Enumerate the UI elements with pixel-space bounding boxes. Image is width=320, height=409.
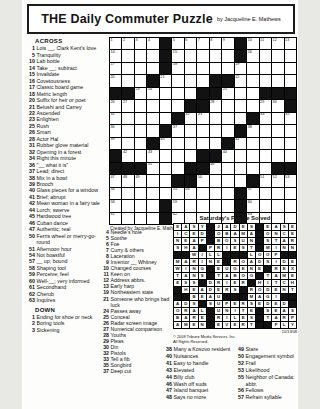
grid-cell[interactable] [197,75,208,86]
solved-letter-cell: E [231,280,238,286]
grid-cell[interactable] [272,200,283,211]
grid-cell[interactable] [122,113,133,124]
solved-letter-cell: U [240,238,247,244]
solved-letter-cell: E [272,287,279,293]
grid-cell[interactable]: 35 [285,113,296,124]
solved-letter-cell: T [174,273,181,279]
grid-cell[interactable] [285,63,296,74]
down-clue-52: 52Frail [235,360,296,367]
grid-cell[interactable] [285,150,296,161]
puzzle-byline: by Jacqueline E. Mathews [217,16,281,22]
grid-cell[interactable] [135,125,146,136]
grid-cell[interactable] [160,100,171,111]
black-square [122,88,133,99]
grid-cell[interactable]: 4 [147,38,158,49]
grid-cell[interactable] [135,50,146,61]
solved-letter-cell: P [289,315,296,321]
grid-cell[interactable] [122,188,133,199]
solved-letter-cell: J [215,224,222,230]
solved-letter-cell: S [207,301,214,307]
grid-cell[interactable] [147,113,158,124]
grid-cell[interactable] [197,63,208,74]
grid-cell[interactable] [272,125,283,136]
grid-cell[interactable]: 59 [172,200,183,211]
grid-cell[interactable]: 19 [235,63,246,74]
solved-letter-cell: R [289,238,296,244]
grid-cell[interactable]: 32 [185,113,196,124]
grid-cell[interactable]: 44 [222,150,233,161]
black-square [172,175,183,186]
grid-cell[interactable]: 49 [135,175,146,186]
solved-letter-cell: H [256,280,263,286]
grid-cell[interactable]: 37 [172,125,183,136]
down-clue-57: 57Refrain syllable [235,394,296,401]
cell-number: 23 [135,87,139,92]
cell-number: 52 [273,175,277,180]
down-clue-55: 55Neighbor of Canada: abbr. [235,374,296,388]
grid-cell[interactable] [172,150,183,161]
solved-letter-cell: C [281,231,288,237]
solved-letter-cell: G [231,266,238,272]
solved-letter-cell: N [248,238,255,244]
solved-letter-cell: V [223,322,230,328]
solved-letter-cell: P [207,245,214,251]
solved-letter-cell: S [231,238,238,244]
cell-number: 36 [111,125,115,130]
grid-cell[interactable]: 55 [172,188,183,199]
grid-cell[interactable] [222,50,233,61]
grid-cell[interactable] [160,163,171,174]
grid-cell[interactable]: 56 [185,188,196,199]
grid-cell[interactable] [260,150,271,161]
grid-cell[interactable] [135,100,146,111]
down-clue-47: 47Island banquet [163,387,233,394]
grid-cell[interactable]: 13 [285,38,296,49]
grid-cell[interactable]: 48 [122,175,133,186]
grid-cell[interactable] [135,200,146,211]
cell-number: 48 [123,175,127,180]
grid-cell[interactable]: 20 [110,75,121,86]
solved-black-square [248,280,255,286]
grid-cell[interactable] [285,138,296,149]
grid-cell[interactable]: 41 [235,138,246,149]
grid-cell[interactable] [222,200,233,211]
cell-number: 3 [135,38,137,43]
down-clue-44: 44Billy club [163,374,233,381]
grid-cell[interactable]: 12 [272,38,283,49]
grid-cell[interactable] [222,163,233,174]
grid-cell[interactable] [160,113,171,124]
grid-cell[interactable] [185,75,196,86]
solved-black-square [289,252,296,258]
grid-cell[interactable] [285,125,296,136]
grid-cell[interactable] [222,175,233,186]
cell-number: 55 [173,187,177,192]
cell-number: 24 [148,87,152,92]
clue-text: Ferris wheel or merry-go-round [37,233,108,246]
grid-cell[interactable] [147,100,158,111]
solved-letter-cell: T [264,315,271,321]
solved-letter-cell: S [248,315,255,321]
grid-cell[interactable] [147,50,158,61]
solved-letter-cell: N [281,245,288,251]
grid-cell[interactable] [135,138,146,149]
grid-cell[interactable] [197,50,208,61]
grid-cell[interactable]: 14 [110,50,121,61]
cell-number: 11 [260,38,264,43]
grid-cell[interactable] [285,50,296,61]
cell-number: 56 [185,187,189,192]
solved-letter-cell: E [264,224,271,230]
grid-cell[interactable]: 26 [110,100,121,111]
grid-cell[interactable] [272,138,283,149]
grid-cell[interactable] [222,113,233,124]
solved-letter-cell: S [174,245,181,251]
grid-cell[interactable] [247,75,258,86]
grid-cell[interactable]: 36 [110,125,121,136]
solved-letter-cell: T [248,245,255,251]
black-square [285,88,296,99]
grid-cell[interactable]: 33 [197,113,208,124]
cell-number: 58 [111,200,115,205]
grid-cell[interactable] [160,175,171,186]
grid-cell[interactable] [222,100,233,111]
down-heading: DOWN [35,307,107,313]
solved-letter-cell: Y [289,322,296,328]
solved-letter-cell: O [248,273,255,279]
solved-letter-cell: N [272,231,279,237]
grid-cell[interactable] [247,88,258,99]
clue-number: 44 [163,374,174,381]
grid-cell[interactable] [247,63,258,74]
solved-letter-cell: N [174,238,181,244]
grid-cell[interactable] [210,175,221,186]
black-square [160,38,171,49]
solved-letter-cell: N [223,308,230,314]
grid-cell[interactable]: 38 [247,125,258,136]
grid-cell[interactable]: 25 [222,88,233,99]
grid-cell[interactable] [185,50,196,61]
solved-letter-cell: R [272,266,279,272]
solved-letter-cell: W [190,252,197,258]
grid-cell[interactable] [135,75,146,86]
solved-letter-cell: S [190,224,197,230]
grid-cell[interactable] [260,138,271,149]
down-clue-53: 53Likelihood [235,367,296,374]
grid-cell[interactable] [160,88,171,99]
grid-cell[interactable] [210,188,221,199]
grid-cell[interactable] [135,63,146,74]
solved-black-square [289,301,296,307]
grid-cell[interactable]: 40 [160,138,171,149]
grid-cell[interactable]: 42 [122,150,133,161]
grid-cell[interactable] [172,163,183,174]
grid-cell[interactable] [160,188,171,199]
cell-number: 45 [148,162,152,167]
solved-black-square [207,231,214,237]
grid-cell[interactable] [260,75,271,86]
grid-cell[interactable]: 9 [222,38,233,49]
grid-cell[interactable] [235,88,246,99]
grid-cell[interactable] [197,138,208,149]
grid-cell[interactable]: 21 [160,75,171,86]
grid-cell[interactable] [147,125,158,136]
solved-letter-cell: S [281,224,288,230]
grid-cell[interactable]: 31 [110,113,121,124]
grid-cell[interactable] [122,200,133,211]
grid-cell[interactable] [147,188,158,199]
solved-black-square [223,252,230,258]
grid-cell[interactable]: 10 [247,38,258,49]
solved-black-square [207,308,214,314]
grid-cell[interactable]: 8 [210,38,221,49]
down-clue-21: 21Someone who brings bad luck [100,296,170,308]
solved-black-square [182,294,189,300]
grid-cell[interactable]: 7 [197,38,208,49]
grid-cell[interactable] [135,213,146,224]
grid-cell[interactable]: 53 [285,175,296,186]
grid-cell[interactable] [260,63,271,74]
solved-letter-cell: M [281,273,288,279]
solved-letter-cell: N [199,322,206,328]
grid-cell[interactable]: 6 [185,38,196,49]
grid-cell[interactable] [260,188,271,199]
grid-cell[interactable] [247,138,258,149]
clue-text: Frail [246,360,297,367]
solved-letter-cell: A [272,315,279,321]
grid-cell[interactable] [172,75,183,86]
solved-black-square [174,287,181,293]
grid-cell[interactable] [197,125,208,136]
grid-cell[interactable] [210,50,221,61]
solved-black-square [281,252,288,258]
grid-cell[interactable] [222,188,233,199]
grid-cell[interactable] [272,75,283,86]
solved-letter-cell: E [215,259,222,265]
solved-letter-cell: S [190,301,197,307]
grid-cell[interactable]: 47 [110,175,121,186]
clue-number: 63 [26,297,37,303]
grid-cell[interactable]: 11 [260,38,271,49]
clue-number: 48 [163,394,174,401]
cell-number: 15 [173,50,177,55]
clue-number: 47 [163,387,174,394]
grid-cell[interactable] [210,63,221,74]
grid-cell[interactable] [247,150,258,161]
grid-cell[interactable]: 30 [272,100,283,111]
grid-cell[interactable]: 24 [147,88,158,99]
solved-letter-cell: R [190,259,197,265]
clue-number: 52 [235,360,246,367]
grid-cell[interactable] [260,200,271,211]
solved-letter-cell: E [289,259,296,265]
grid-cell[interactable] [260,50,271,61]
grid-cell[interactable] [197,200,208,211]
cell-number: 30 [273,100,277,105]
black-square [185,163,196,174]
solved-letter-cell: T [215,273,222,279]
clue-number: 43 [163,367,174,374]
grid-cell[interactable]: 34 [260,113,271,124]
grid-cell[interactable]: 58 [110,200,121,211]
grid-cell[interactable]: 61 [110,213,121,224]
grid-cell[interactable]: 57 [247,188,258,199]
grid-cell[interactable] [260,163,271,174]
clue-number: 53 [235,367,246,374]
solved-black-square [174,294,181,300]
grid-cell[interactable] [122,138,133,149]
clue-text: Many a Kosovo resident [174,346,234,353]
black-square [247,113,258,124]
solved-black-square [207,266,214,272]
cell-number: 29 [260,100,264,105]
solved-black-square [256,273,263,279]
grid-cell[interactable] [122,125,133,136]
solved-black-square [289,294,296,300]
grid-cell[interactable] [272,113,283,124]
grid-cell[interactable] [247,100,258,111]
grid-cell[interactable] [272,50,283,61]
grid-cell[interactable]: 45 [147,163,158,174]
grid-cell[interactable] [185,63,196,74]
cell-number: 31 [111,112,115,117]
down-clue-46: 46Wash off suds [163,381,233,388]
solved-letter-cell: R [190,315,197,321]
grid-cell[interactable] [235,150,246,161]
grid-cell[interactable]: 23 [135,88,146,99]
solved-letter-cell: E [190,231,197,237]
grid-cell[interactable] [285,188,296,199]
grid-cell[interactable] [122,213,133,224]
solved-letter-cell: D [199,231,206,237]
black-square [197,150,208,161]
grid-cell[interactable] [122,50,133,61]
grid-cell[interactable] [135,188,146,199]
grid-cell[interactable]: 3 [135,38,146,49]
grid-cell[interactable] [147,200,158,211]
grid-cell[interactable] [210,113,221,124]
grid-cell[interactable] [260,125,271,136]
solved-letter-cell: H [182,287,189,293]
solved-letter-cell: M [264,245,271,251]
grid-cell[interactable] [222,63,233,74]
grid-cell[interactable] [272,63,283,74]
grid-cell[interactable]: 22 [235,75,246,86]
cell-number: 10 [248,38,252,43]
grid-cell[interactable] [235,113,246,124]
grid-cell[interactable]: 54 [110,188,121,199]
grid-cell[interactable] [172,138,183,149]
grid-cell[interactable]: 27 [122,100,133,111]
black-square [110,150,121,161]
solved-letter-cell: A [190,238,197,244]
grid-cell[interactable]: 16 [247,50,258,61]
grid-cell[interactable] [147,175,158,186]
solved-letter-cell: G [199,266,206,272]
black-square [185,175,196,186]
solved-letter-cell: E [248,308,255,314]
grid-cell[interactable]: 39 [110,138,121,149]
grid-cell[interactable] [235,100,246,111]
grid-cell[interactable] [235,175,246,186]
grid-cell[interactable]: 60 [247,200,258,211]
solved-letter-cell: U [223,266,230,272]
grid-cell[interactable] [147,63,158,74]
grid-cell[interactable] [222,125,233,136]
black-square [185,100,196,111]
grid-cell[interactable] [272,150,283,161]
cell-number: 16 [248,50,252,55]
grid-cell[interactable] [285,200,296,211]
grid-cell[interactable] [122,75,133,86]
grid-cell[interactable] [247,163,258,174]
grid-cell[interactable] [147,213,158,224]
grid-cell[interactable] [122,63,133,74]
grid-cell[interactable] [185,200,196,211]
grid-cell[interactable] [185,138,196,149]
cell-number: 51 [260,175,264,180]
grid-cell[interactable] [135,150,146,161]
grid-cell[interactable] [172,88,183,99]
grid-cell[interactable] [210,125,221,136]
solved-letter-cell: T [272,238,279,244]
cell-number: 13 [285,38,289,43]
grid-cell[interactable] [235,163,246,174]
cell-number: 9 [223,38,225,43]
grid-cell[interactable] [135,113,146,124]
grid-cell[interactable]: 52 [272,175,283,186]
grid-cell[interactable]: 1 [110,38,121,49]
grid-cell[interactable] [160,150,171,161]
grid-cell[interactable] [210,200,221,211]
clue-text: Refrain syllable [246,394,297,401]
solved-letter-cell: N [248,266,255,272]
cell-number: 28 [210,100,214,105]
grid-cell[interactable]: 28 [210,100,221,111]
solved-letter-cell: G [264,294,271,300]
solved-letter-cell: I [272,294,279,300]
grid-cell[interactable] [272,188,283,199]
solved-letter-cell: S [264,259,271,265]
solved-letter-cell: D [264,301,271,307]
grid-cell[interactable]: 2 [122,38,133,49]
cell-number: 35 [285,112,289,117]
grid-cell[interactable] [185,125,196,136]
grid-cell[interactable] [172,100,183,111]
grid-cell[interactable] [285,75,296,86]
grid-cell[interactable]: 46 [210,163,221,174]
black-square [172,113,183,124]
grid-cell[interactable]: 17 [110,63,121,74]
solved-letter-cell: R [248,287,255,293]
newspaper-crossword-page: THE Daily Commuter Puzzle by Jacqueline … [22,0,298,409]
down-clue-41: 41Easy to handle [163,360,233,367]
grid-cell[interactable] [197,188,208,199]
grid-cell[interactable] [210,138,221,149]
grid-cell[interactable]: 43 [147,150,158,161]
solved-letter-cell: R [231,259,238,265]
grid-cell[interactable]: 51 [260,175,271,186]
grid-cell[interactable] [185,150,196,161]
grid-cell[interactable] [185,88,196,99]
grid-cell[interactable]: 5 [172,38,183,49]
grid-cell[interactable]: 29 [260,100,271,111]
clue-text: Billy club [174,374,234,381]
grid-cell[interactable]: 15 [172,50,183,61]
grid-cell[interactable]: 18 [172,63,183,74]
down-clue-column-4-37: 4Needle's hole5Soothe6Foe7Curry & others… [100,229,170,374]
grid-cell[interactable]: 50 [197,175,208,186]
